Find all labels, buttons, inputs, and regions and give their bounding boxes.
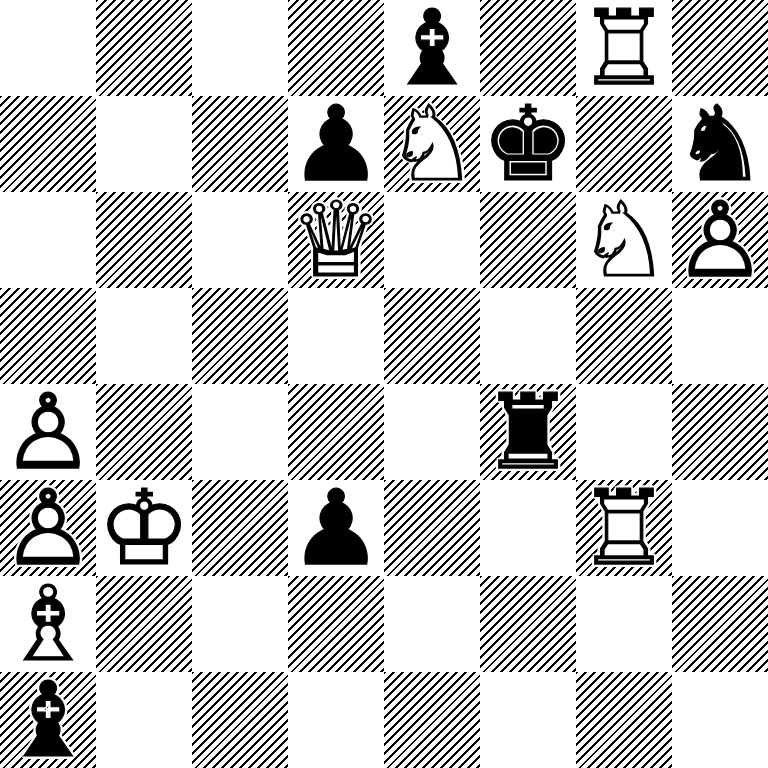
square-b5[interactable]: [96, 288, 192, 384]
square-a6[interactable]: [0, 192, 96, 288]
piece-white-pawn[interactable]: ♟♙: [0, 480, 96, 576]
piece-black-knight[interactable]: ♞♞: [672, 96, 768, 192]
square-c6[interactable]: [192, 192, 288, 288]
square-h1[interactable]: [672, 672, 768, 768]
chess-board: ♝♝♜♖♟♟♞♘♚♚♞♞♛♕♞♘♟♙♟♙♜♜♟♙♚♔♟♟♜♖♝♗♝♝: [0, 0, 768, 768]
square-h6[interactable]: ♟♙: [672, 192, 768, 288]
square-f1[interactable]: [480, 672, 576, 768]
square-g3[interactable]: ♜♖: [576, 480, 672, 576]
black-rook-glyph: ♜: [480, 384, 576, 480]
square-e6[interactable]: [384, 192, 480, 288]
white-rook-glyph: ♖: [576, 0, 672, 96]
piece-white-bishop[interactable]: ♝♗: [0, 576, 96, 672]
piece-black-king[interactable]: ♚♚: [480, 96, 576, 192]
square-e8[interactable]: ♝♝: [384, 0, 480, 96]
piece-white-knight[interactable]: ♞♘: [384, 96, 480, 192]
square-h7[interactable]: ♞♞: [672, 96, 768, 192]
white-knight-glyph: ♘: [384, 96, 480, 192]
white-pawn-glyph: ♙: [0, 384, 96, 480]
piece-white-pawn[interactable]: ♟♙: [672, 192, 768, 288]
square-c5[interactable]: [192, 288, 288, 384]
square-c3[interactable]: [192, 480, 288, 576]
piece-black-pawn[interactable]: ♟♟: [288, 96, 384, 192]
square-g5[interactable]: [576, 288, 672, 384]
square-e1[interactable]: [384, 672, 480, 768]
black-king-glyph: ♚: [480, 96, 576, 192]
piece-white-knight[interactable]: ♞♘: [576, 192, 672, 288]
square-c8[interactable]: [192, 0, 288, 96]
square-d4[interactable]: [288, 384, 384, 480]
square-b4[interactable]: [96, 384, 192, 480]
square-g1[interactable]: [576, 672, 672, 768]
piece-white-rook[interactable]: ♜♖: [576, 0, 672, 96]
square-e2[interactable]: [384, 576, 480, 672]
piece-white-king[interactable]: ♚♔: [96, 480, 192, 576]
square-h8[interactable]: [672, 0, 768, 96]
square-f7[interactable]: ♚♚: [480, 96, 576, 192]
piece-white-queen[interactable]: ♛♕: [288, 192, 384, 288]
square-d1[interactable]: [288, 672, 384, 768]
square-e5[interactable]: [384, 288, 480, 384]
white-king-glyph: ♔: [96, 480, 192, 576]
piece-white-pawn[interactable]: ♟♙: [0, 384, 96, 480]
square-g6[interactable]: ♞♘: [576, 192, 672, 288]
piece-black-bishop[interactable]: ♝♝: [0, 672, 96, 768]
piece-black-rook[interactable]: ♜♜: [480, 384, 576, 480]
white-rook-glyph: ♖: [576, 480, 672, 576]
square-b2[interactable]: [96, 576, 192, 672]
square-f3[interactable]: [480, 480, 576, 576]
square-g2[interactable]: [576, 576, 672, 672]
square-d7[interactable]: ♟♟: [288, 96, 384, 192]
piece-black-bishop[interactable]: ♝♝: [384, 0, 480, 96]
square-a3[interactable]: ♟♙: [0, 480, 96, 576]
square-h2[interactable]: [672, 576, 768, 672]
black-bishop-glyph: ♝: [0, 672, 96, 768]
square-f2[interactable]: [480, 576, 576, 672]
square-a4[interactable]: ♟♙: [0, 384, 96, 480]
square-e3[interactable]: [384, 480, 480, 576]
square-d3[interactable]: ♟♟: [288, 480, 384, 576]
square-g8[interactable]: ♜♖: [576, 0, 672, 96]
piece-white-rook[interactable]: ♜♖: [576, 480, 672, 576]
black-pawn-glyph: ♟: [288, 480, 384, 576]
square-f5[interactable]: [480, 288, 576, 384]
white-knight-glyph: ♘: [576, 192, 672, 288]
square-e7[interactable]: ♞♘: [384, 96, 480, 192]
square-h3[interactable]: [672, 480, 768, 576]
square-g4[interactable]: [576, 384, 672, 480]
square-b7[interactable]: [96, 96, 192, 192]
square-e4[interactable]: [384, 384, 480, 480]
square-a2[interactable]: ♝♗: [0, 576, 96, 672]
square-a1[interactable]: ♝♝: [0, 672, 96, 768]
square-d5[interactable]: [288, 288, 384, 384]
square-c2[interactable]: [192, 576, 288, 672]
square-a5[interactable]: [0, 288, 96, 384]
white-pawn-glyph: ♙: [0, 480, 96, 576]
square-d8[interactable]: [288, 0, 384, 96]
square-g7[interactable]: [576, 96, 672, 192]
square-f4[interactable]: ♜♜: [480, 384, 576, 480]
square-c1[interactable]: [192, 672, 288, 768]
white-bishop-glyph: ♗: [0, 576, 96, 672]
black-knight-glyph: ♞: [672, 96, 768, 192]
square-d2[interactable]: [288, 576, 384, 672]
piece-black-pawn[interactable]: ♟♟: [288, 480, 384, 576]
square-d6[interactable]: ♛♕: [288, 192, 384, 288]
square-b3[interactable]: ♚♔: [96, 480, 192, 576]
square-h4[interactable]: [672, 384, 768, 480]
square-a8[interactable]: [0, 0, 96, 96]
square-h5[interactable]: [672, 288, 768, 384]
square-c7[interactable]: [192, 96, 288, 192]
square-b6[interactable]: [96, 192, 192, 288]
white-queen-glyph: ♕: [288, 192, 384, 288]
black-pawn-glyph: ♟: [288, 96, 384, 192]
square-b8[interactable]: [96, 0, 192, 96]
square-f6[interactable]: [480, 192, 576, 288]
square-c4[interactable]: [192, 384, 288, 480]
white-pawn-glyph: ♙: [672, 192, 768, 288]
square-f8[interactable]: [480, 0, 576, 96]
square-b1[interactable]: [96, 672, 192, 768]
square-a7[interactable]: [0, 96, 96, 192]
black-bishop-glyph: ♝: [384, 0, 480, 96]
